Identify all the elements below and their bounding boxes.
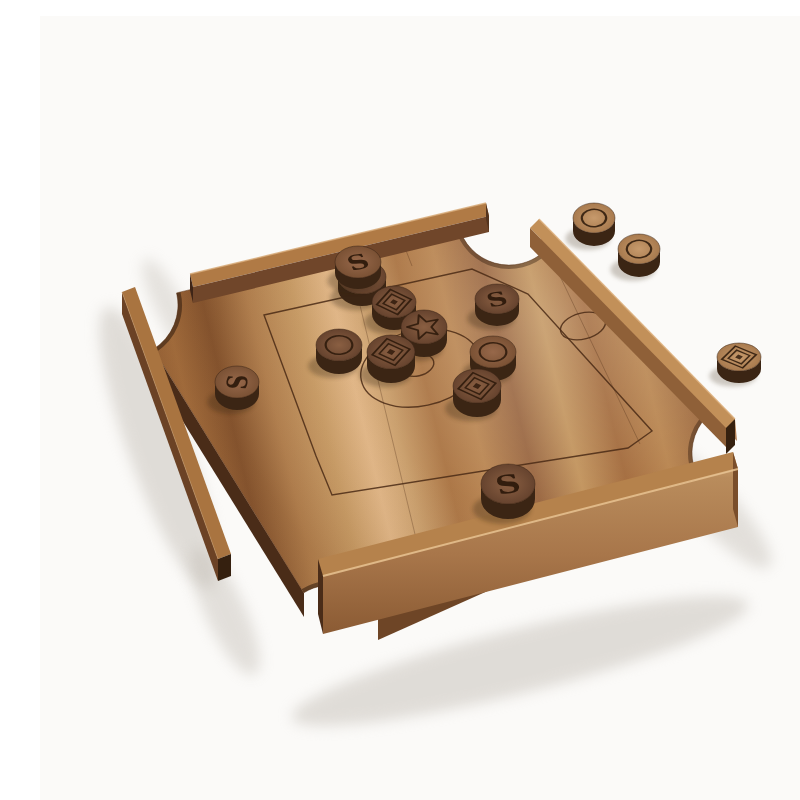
piece-ring[interactable] xyxy=(565,203,615,250)
piece-top xyxy=(618,234,660,264)
svg-text:S: S xyxy=(220,374,255,391)
game-scene: SSSS xyxy=(40,16,800,800)
piece-top xyxy=(573,203,615,233)
piece-ring[interactable] xyxy=(610,234,660,281)
piece-diamond[interactable] xyxy=(709,343,761,387)
piece-symbol-S: S xyxy=(220,374,255,391)
board-game-photo: SSSS Wooden carrom-style disc shuffleboa… xyxy=(40,16,800,800)
piece-top xyxy=(470,336,516,368)
piece-top xyxy=(316,329,362,361)
